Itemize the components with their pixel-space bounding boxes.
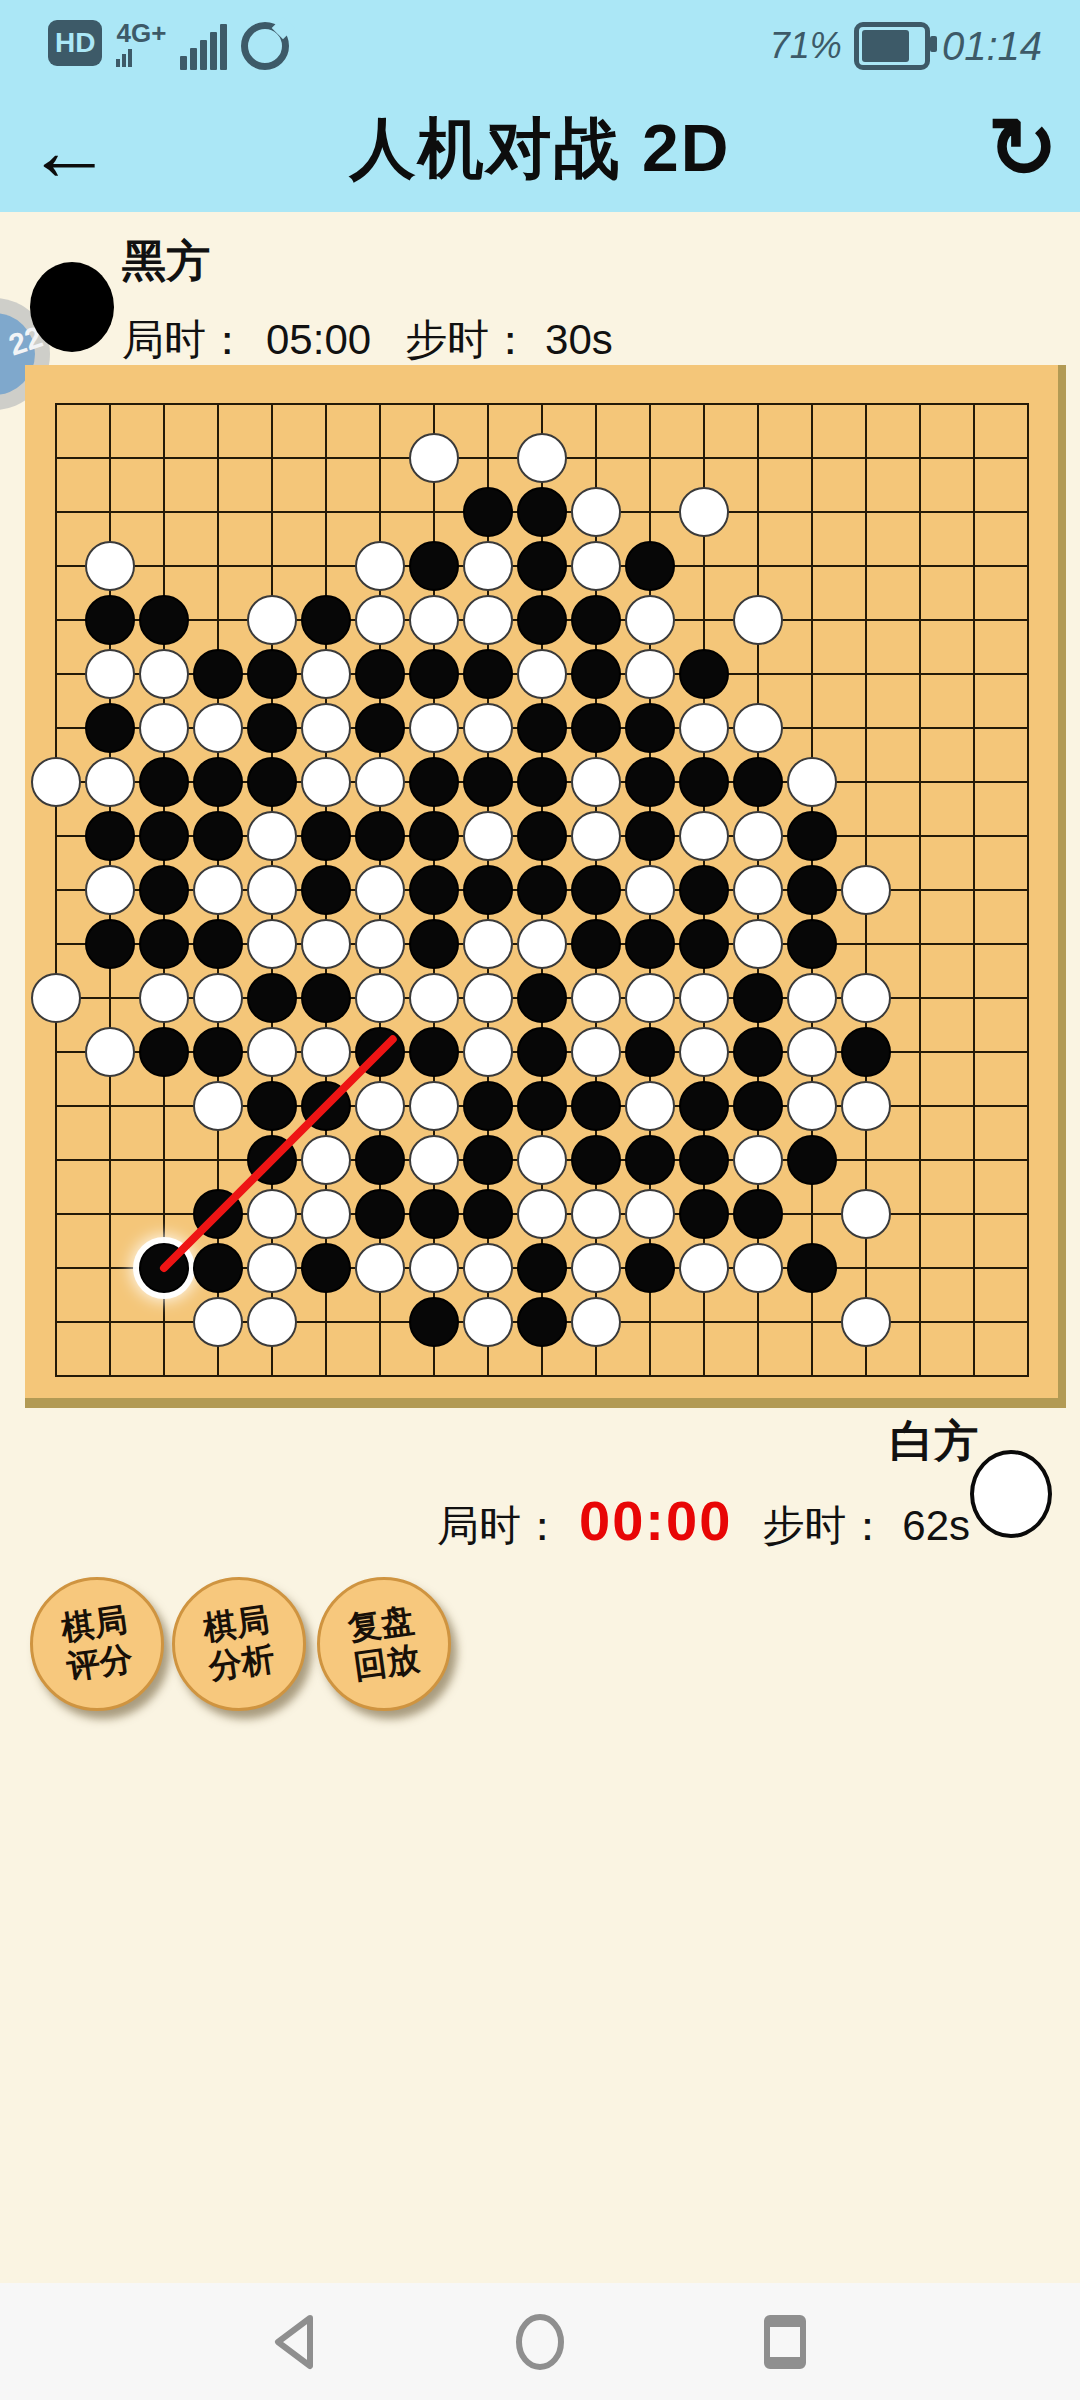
- white-stone: [841, 1081, 891, 1131]
- black-stone: [787, 919, 837, 969]
- black-stone: [463, 1189, 513, 1239]
- black-stone: [841, 1027, 891, 1077]
- white-stone: [841, 973, 891, 1023]
- white-stone: [247, 1027, 297, 1077]
- black-stone: [517, 1297, 567, 1347]
- white-stone: [355, 595, 405, 645]
- white-stone: [517, 649, 567, 699]
- black-stone: [679, 649, 729, 699]
- white-stone: [679, 703, 729, 753]
- white-stone: [247, 811, 297, 861]
- white-stone: [463, 595, 513, 645]
- white-stone: [679, 973, 729, 1023]
- white-stone: [247, 595, 297, 645]
- black-stone: [193, 811, 243, 861]
- android-nav-bar: [0, 2283, 1080, 2400]
- black-stone: [679, 1189, 729, 1239]
- black-stone: [139, 919, 189, 969]
- black-stone: [733, 1189, 783, 1239]
- black-stone: [247, 649, 297, 699]
- white-stone: [247, 1243, 297, 1293]
- black-stone: [517, 487, 567, 537]
- analyze-game-button[interactable]: 棋局 分析: [172, 1577, 306, 1711]
- white-stone: [571, 1189, 621, 1239]
- black-stone: [733, 1081, 783, 1131]
- black-stone: [625, 1027, 675, 1077]
- white-stone: [85, 865, 135, 915]
- white-stone: [679, 1027, 729, 1077]
- black-stone: [85, 595, 135, 645]
- white-stone: [841, 865, 891, 915]
- white-stone: [733, 811, 783, 861]
- white-move-time-label: 步时：: [762, 1498, 888, 1554]
- white-stone: [193, 973, 243, 1023]
- white-stone: [571, 757, 621, 807]
- white-player-timers: 局时： 00:00 步时： 62s: [340, 1488, 970, 1554]
- black-stone: [571, 703, 621, 753]
- black-stone: [247, 703, 297, 753]
- black-stone: [463, 757, 513, 807]
- black-stone: [625, 1243, 675, 1293]
- black-stone: [679, 919, 729, 969]
- signal-bars-icon: [180, 22, 227, 70]
- white-stone: [355, 541, 405, 591]
- white-stone: [409, 433, 459, 483]
- black-stone: [679, 757, 729, 807]
- white-stone: [679, 811, 729, 861]
- replay-button[interactable]: 复盘 回放: [317, 1577, 451, 1711]
- black-stone: [625, 811, 675, 861]
- black-stone: [679, 1135, 729, 1185]
- black-stone: [355, 1135, 405, 1185]
- black-stone: [139, 865, 189, 915]
- replay-button-line2: 回放: [351, 1639, 422, 1685]
- white-stone: [301, 919, 351, 969]
- black-stone: [301, 973, 351, 1023]
- black-stone: [517, 973, 567, 1023]
- black-stone: [517, 865, 567, 915]
- black-stone: [571, 649, 621, 699]
- white-stone: [193, 703, 243, 753]
- black-stone: [463, 1135, 513, 1185]
- clock-label: 01:14: [942, 24, 1042, 69]
- black-stone: [301, 1243, 351, 1293]
- white-stone: [409, 1243, 459, 1293]
- black-stone: [409, 865, 459, 915]
- black-stone-avatar: [30, 262, 114, 352]
- white-stone: [625, 1189, 675, 1239]
- black-stone: [409, 919, 459, 969]
- black-stone: [409, 1297, 459, 1347]
- black-stone: [355, 811, 405, 861]
- score-button-line2: 评分: [64, 1639, 135, 1685]
- white-stone: [517, 1189, 567, 1239]
- white-stone: [301, 757, 351, 807]
- network-type-label: 4G+: [116, 20, 166, 46]
- black-stone: [409, 1027, 459, 1077]
- black-stone: [733, 757, 783, 807]
- black-stone: [139, 1243, 189, 1293]
- black-stone: [247, 757, 297, 807]
- black-stone: [355, 703, 405, 753]
- white-stone: [463, 1297, 513, 1347]
- white-player-name: 白方: [890, 1412, 978, 1471]
- white-stone: [625, 649, 675, 699]
- black-stone: [517, 1243, 567, 1293]
- black-stone: [85, 703, 135, 753]
- black-stone: [355, 1189, 405, 1239]
- white-stone: [625, 865, 675, 915]
- black-stone: [463, 649, 513, 699]
- white-stone: [571, 541, 621, 591]
- black-stone: [193, 649, 243, 699]
- black-stone: [139, 757, 189, 807]
- black-stone: [193, 919, 243, 969]
- white-stone: [625, 973, 675, 1023]
- black-stone: [301, 1081, 351, 1131]
- mini-signal-icon: [116, 49, 132, 67]
- restart-icon[interactable]: ↻: [988, 96, 1058, 200]
- black-stone: [85, 811, 135, 861]
- white-stone: [85, 541, 135, 591]
- white-stone: [463, 703, 513, 753]
- black-stone: [193, 757, 243, 807]
- white-stone: [463, 1027, 513, 1077]
- nav-home-icon[interactable]: [505, 2307, 575, 2377]
- white-game-time: 00:00: [579, 1488, 732, 1553]
- page-title: 人机对战 2D: [0, 92, 1080, 204]
- black-stone: [409, 811, 459, 861]
- white-stone: [463, 811, 513, 861]
- black-stone: [571, 595, 621, 645]
- white-stone: [625, 1081, 675, 1131]
- black-move-time-label: 步时：: [405, 312, 531, 368]
- black-game-time: 05:00: [266, 316, 371, 364]
- white-stone: [733, 703, 783, 753]
- white-stone: [787, 973, 837, 1023]
- white-move-time: 62s: [902, 1502, 970, 1550]
- black-stone: [139, 1027, 189, 1077]
- gomoku-board[interactable]: [25, 365, 1066, 1408]
- white-stone: [733, 919, 783, 969]
- status-right-cluster: 71% 01:14: [770, 22, 1042, 70]
- black-stone: [301, 865, 351, 915]
- white-stone: [301, 1027, 351, 1077]
- white-game-time-label: 局时：: [437, 1498, 563, 1554]
- white-stone: [355, 919, 405, 969]
- nav-back-icon[interactable]: [260, 2307, 330, 2377]
- white-stone: [517, 433, 567, 483]
- white-stone: [193, 865, 243, 915]
- black-stone: [787, 865, 837, 915]
- black-stone: [625, 1135, 675, 1185]
- status-left-cluster: HD 4G+: [48, 20, 289, 70]
- white-stone: [355, 1081, 405, 1131]
- white-stone: [625, 595, 675, 645]
- black-stone: [679, 1081, 729, 1131]
- white-stone: [463, 1243, 513, 1293]
- white-stone: [463, 541, 513, 591]
- white-stone: [409, 703, 459, 753]
- white-stone: [571, 487, 621, 537]
- black-stone: [301, 595, 351, 645]
- black-player-timers: 局时： 05:00 步时： 30s: [122, 312, 613, 368]
- black-stone: [409, 541, 459, 591]
- black-stone: [517, 811, 567, 861]
- white-stone: [787, 1027, 837, 1077]
- top-bar: HD 4G+ 71% 01:14 ← 人机对战 2D ↻: [0, 0, 1080, 212]
- black-stone: [463, 1081, 513, 1131]
- white-stone: [733, 865, 783, 915]
- white-stone: [463, 919, 513, 969]
- black-move-time: 30s: [545, 316, 613, 364]
- black-stone: [625, 703, 675, 753]
- black-stone: [139, 811, 189, 861]
- header: ← 人机对战 2D ↻: [0, 92, 1080, 212]
- white-stone: [193, 1297, 243, 1347]
- black-stone: [679, 865, 729, 915]
- white-stone: [301, 1135, 351, 1185]
- white-stone-avatar: [970, 1450, 1052, 1538]
- hd-icon: HD: [48, 20, 102, 66]
- white-stone: [139, 649, 189, 699]
- white-stone: [787, 757, 837, 807]
- white-stone: [193, 1081, 243, 1131]
- black-stone: [247, 1135, 297, 1185]
- white-stone: [301, 1189, 351, 1239]
- white-stone: [85, 757, 135, 807]
- black-stone: [571, 1135, 621, 1185]
- white-stone: [841, 1297, 891, 1347]
- black-stone: [463, 487, 513, 537]
- network-indicator: 4G+: [116, 20, 166, 67]
- black-stone: [517, 703, 567, 753]
- white-stone: [733, 1243, 783, 1293]
- white-stone: [787, 1081, 837, 1131]
- black-stone: [571, 1081, 621, 1131]
- black-game-time-label: 局时：: [122, 312, 248, 368]
- white-stone: [679, 487, 729, 537]
- white-stone: [139, 973, 189, 1023]
- black-stone: [139, 595, 189, 645]
- white-stone: [571, 1297, 621, 1347]
- white-stone: [733, 1135, 783, 1185]
- app-screen: HD 4G+ 71% 01:14 ← 人机对战 2D ↻ 22: [0, 0, 1080, 2400]
- black-stone: [625, 919, 675, 969]
- white-stone: [139, 703, 189, 753]
- battery-icon: [854, 22, 930, 70]
- white-stone: [31, 757, 81, 807]
- black-stone: [571, 919, 621, 969]
- black-stone: [193, 1243, 243, 1293]
- black-stone: [517, 1027, 567, 1077]
- white-stone: [841, 1189, 891, 1239]
- white-stone: [679, 1243, 729, 1293]
- white-stone: [409, 973, 459, 1023]
- black-stone: [517, 757, 567, 807]
- white-stone: [355, 1243, 405, 1293]
- black-stone: [787, 1243, 837, 1293]
- black-stone: [409, 1189, 459, 1239]
- black-stone: [409, 757, 459, 807]
- white-stone: [247, 1297, 297, 1347]
- white-stone: [571, 811, 621, 861]
- black-stone: [625, 757, 675, 807]
- white-stone: [409, 595, 459, 645]
- white-stone: [31, 973, 81, 1023]
- black-stone: [517, 541, 567, 591]
- black-stone: [355, 1027, 405, 1077]
- white-stone: [301, 649, 351, 699]
- battery-percent-label: 71%: [770, 25, 842, 67]
- white-stone: [409, 1081, 459, 1131]
- black-stone: [247, 973, 297, 1023]
- white-stone: [247, 919, 297, 969]
- white-stone: [247, 865, 297, 915]
- black-stone: [85, 919, 135, 969]
- black-stone: [733, 1027, 783, 1077]
- white-stone: [571, 1027, 621, 1077]
- white-stone: [247, 1189, 297, 1239]
- white-stone: [463, 973, 513, 1023]
- white-stone: [85, 649, 135, 699]
- black-stone: [733, 973, 783, 1023]
- black-stone: [193, 1027, 243, 1077]
- white-stone: [571, 973, 621, 1023]
- white-stone: [517, 919, 567, 969]
- black-stone: [463, 865, 513, 915]
- score-game-button[interactable]: 棋局 评分: [30, 1577, 164, 1711]
- black-stone: [193, 1189, 243, 1239]
- black-stone: [625, 541, 675, 591]
- white-stone: [571, 1243, 621, 1293]
- black-stone: [517, 595, 567, 645]
- white-stone: [409, 1135, 459, 1185]
- black-stone: [355, 649, 405, 699]
- analyze-button-line2: 分析: [206, 1639, 277, 1685]
- white-stone: [517, 1135, 567, 1185]
- black-stone: [247, 1081, 297, 1131]
- nav-recents-icon[interactable]: [750, 2307, 820, 2377]
- white-stone: [355, 865, 405, 915]
- white-stone: [355, 973, 405, 1023]
- white-stone: [301, 703, 351, 753]
- black-stone: [409, 649, 459, 699]
- white-stone: [85, 1027, 135, 1077]
- black-stone: [301, 811, 351, 861]
- data-sync-icon: [241, 22, 289, 70]
- black-stone: [571, 865, 621, 915]
- black-stone: [787, 1135, 837, 1185]
- black-stone: [517, 1081, 567, 1131]
- white-stone: [355, 757, 405, 807]
- black-stone: [787, 811, 837, 861]
- white-stone: [733, 595, 783, 645]
- black-player-name: 黑方: [122, 232, 210, 291]
